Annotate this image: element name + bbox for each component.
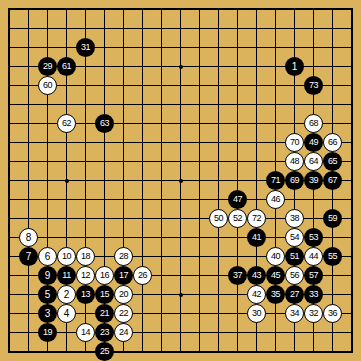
stone-black-61: 61 — [57, 57, 76, 76]
board-point — [304, 57, 323, 76]
board-point — [133, 209, 152, 228]
stone-white-34: 34 — [285, 304, 304, 323]
board-point — [19, 114, 38, 133]
board-point — [152, 38, 171, 57]
board-point — [266, 133, 285, 152]
board-point — [342, 0, 361, 19]
stone-black-43: 43 — [247, 266, 266, 285]
board-point — [209, 190, 228, 209]
stone-black-29: 29 — [38, 57, 57, 76]
board-point — [342, 323, 361, 342]
board-point — [228, 19, 247, 38]
stone-black-67: 67 — [323, 171, 342, 190]
stone-white-60: 60 — [38, 76, 57, 95]
stone-white-22: 22 — [114, 304, 133, 323]
board-point — [285, 19, 304, 38]
stone-white-20: 20 — [114, 285, 133, 304]
stone-black-39: 39 — [304, 171, 323, 190]
board-point — [323, 266, 342, 285]
board-point — [228, 304, 247, 323]
board-point — [152, 266, 171, 285]
stone-white-40: 40 — [266, 247, 285, 266]
board-point — [0, 152, 19, 171]
board-point — [19, 304, 38, 323]
board-point — [0, 266, 19, 285]
board-point — [19, 152, 38, 171]
stone-white-14: 14 — [76, 323, 95, 342]
stone-black-25: 25 — [95, 342, 114, 361]
board-point — [171, 114, 190, 133]
board-point — [228, 114, 247, 133]
board-point — [0, 114, 19, 133]
board-point — [95, 190, 114, 209]
board-point — [95, 209, 114, 228]
board-point — [323, 323, 342, 342]
board-point — [133, 152, 152, 171]
stone-white-6: 6 — [38, 247, 57, 266]
board-point — [38, 114, 57, 133]
stone-black-71: 71 — [266, 171, 285, 190]
board-point — [209, 285, 228, 304]
board-point — [342, 76, 361, 95]
board-point — [133, 228, 152, 247]
board-point — [323, 57, 342, 76]
stone-black-59: 59 — [323, 209, 342, 228]
board-point — [171, 190, 190, 209]
board-point — [209, 0, 228, 19]
board-point — [266, 342, 285, 361]
board-point — [266, 304, 285, 323]
stone-white-46: 46 — [266, 190, 285, 209]
board-point — [57, 342, 76, 361]
board-point — [95, 38, 114, 57]
board-point — [19, 285, 38, 304]
board-point — [171, 152, 190, 171]
board-point — [0, 342, 19, 361]
board-point — [190, 95, 209, 114]
stone-black-45: 45 — [266, 266, 285, 285]
board-point — [323, 0, 342, 19]
board-point — [247, 342, 266, 361]
board-point — [228, 228, 247, 247]
board-point — [209, 323, 228, 342]
board-point — [285, 323, 304, 342]
board-point — [19, 38, 38, 57]
stone-white-38: 38 — [285, 209, 304, 228]
stone-black-15: 15 — [95, 285, 114, 304]
board-point — [209, 57, 228, 76]
board-point — [0, 0, 19, 19]
board-point — [95, 57, 114, 76]
board-point — [133, 19, 152, 38]
board-point — [57, 152, 76, 171]
stone-black-13: 13 — [76, 285, 95, 304]
board-point — [190, 190, 209, 209]
board-point — [152, 0, 171, 19]
board-point — [0, 285, 19, 304]
stone-white-70: 70 — [285, 133, 304, 152]
board-point — [57, 133, 76, 152]
board-point — [342, 228, 361, 247]
board-point — [247, 57, 266, 76]
board-point — [133, 323, 152, 342]
board-point — [342, 152, 361, 171]
board-point — [0, 228, 19, 247]
board-point — [95, 19, 114, 38]
board-point — [247, 171, 266, 190]
board-point — [95, 171, 114, 190]
board-point — [76, 133, 95, 152]
board-point — [323, 285, 342, 304]
board-point — [304, 95, 323, 114]
board-point — [190, 76, 209, 95]
board-point — [209, 342, 228, 361]
board-point — [285, 38, 304, 57]
board-point — [209, 76, 228, 95]
board-point — [76, 76, 95, 95]
board-point — [171, 38, 190, 57]
board-point — [38, 38, 57, 57]
board-point — [133, 133, 152, 152]
board-point — [266, 38, 285, 57]
board-point — [57, 19, 76, 38]
board-point — [95, 0, 114, 19]
board-point — [228, 342, 247, 361]
board-point — [171, 19, 190, 38]
board-point — [171, 209, 190, 228]
board-point — [0, 247, 19, 266]
board-point — [228, 171, 247, 190]
board-point — [190, 266, 209, 285]
board-point — [190, 0, 209, 19]
board-point — [190, 342, 209, 361]
board-point — [323, 190, 342, 209]
board-point — [0, 190, 19, 209]
board-point — [228, 95, 247, 114]
board-point — [76, 152, 95, 171]
board-point — [304, 19, 323, 38]
board-point — [76, 57, 95, 76]
board-point — [114, 76, 133, 95]
board-point — [247, 323, 266, 342]
board-point — [76, 19, 95, 38]
board-point — [152, 76, 171, 95]
stone-black-51: 51 — [285, 247, 304, 266]
board-point — [247, 76, 266, 95]
board-point — [38, 171, 57, 190]
board-point — [266, 0, 285, 19]
board-point — [114, 342, 133, 361]
board-point — [285, 76, 304, 95]
board-point — [285, 342, 304, 361]
board-point — [114, 133, 133, 152]
board-point — [152, 57, 171, 76]
stone-white-68: 68 — [304, 114, 323, 133]
board-point — [133, 247, 152, 266]
board-point — [38, 190, 57, 209]
board-point — [19, 19, 38, 38]
stone-white-36: 36 — [323, 304, 342, 323]
board-point — [0, 19, 19, 38]
board-point — [171, 0, 190, 19]
board-point — [76, 342, 95, 361]
stone-white-24: 24 — [114, 323, 133, 342]
board-point — [0, 304, 19, 323]
board-point — [190, 304, 209, 323]
board-point — [209, 38, 228, 57]
board-point — [76, 209, 95, 228]
board-point — [285, 95, 304, 114]
stone-black-21: 21 — [95, 304, 114, 323]
board-point — [228, 76, 247, 95]
board-point — [266, 95, 285, 114]
board-point — [0, 133, 19, 152]
board-point — [266, 323, 285, 342]
board-point — [152, 152, 171, 171]
stone-black-69: 69 — [285, 171, 304, 190]
stone-black-3: 3 — [38, 304, 57, 323]
board-point — [209, 114, 228, 133]
board-point — [38, 152, 57, 171]
stone-white-72: 72 — [247, 209, 266, 228]
board-point — [323, 76, 342, 95]
board-point — [152, 95, 171, 114]
board-point — [190, 323, 209, 342]
board-point — [38, 342, 57, 361]
board-point — [57, 190, 76, 209]
board-point — [266, 209, 285, 228]
stone-black-53: 53 — [304, 228, 323, 247]
stone-black-41: 41 — [247, 228, 266, 247]
board-point — [304, 342, 323, 361]
board-point — [171, 266, 190, 285]
board-point — [342, 95, 361, 114]
stone-black-47: 47 — [228, 190, 247, 209]
hoshi-point — [179, 65, 183, 69]
board-point — [38, 0, 57, 19]
board-point — [209, 95, 228, 114]
board-point — [19, 133, 38, 152]
board-point — [171, 247, 190, 266]
board-point — [171, 76, 190, 95]
board-point — [19, 190, 38, 209]
board-point — [0, 323, 19, 342]
board-point — [323, 19, 342, 38]
stone-white-42: 42 — [247, 285, 266, 304]
hoshi-point — [65, 179, 69, 183]
board-point — [76, 95, 95, 114]
stone-white-32: 32 — [304, 304, 323, 323]
board-point — [19, 76, 38, 95]
board-point — [266, 114, 285, 133]
board-point — [247, 247, 266, 266]
board-point — [228, 152, 247, 171]
board-point — [266, 76, 285, 95]
board-point — [190, 133, 209, 152]
board-point — [285, 190, 304, 209]
stone-white-54: 54 — [285, 228, 304, 247]
board-point — [228, 38, 247, 57]
board-point — [342, 38, 361, 57]
board-point — [133, 114, 152, 133]
board-point — [19, 57, 38, 76]
stone-white-16: 16 — [95, 266, 114, 285]
board-point — [19, 95, 38, 114]
board-point — [95, 76, 114, 95]
board-point — [190, 285, 209, 304]
board-point — [19, 323, 38, 342]
board-point — [57, 228, 76, 247]
board-point — [171, 304, 190, 323]
board-point — [133, 190, 152, 209]
board-point — [304, 209, 323, 228]
board-point — [38, 209, 57, 228]
stone-white-12: 12 — [76, 266, 95, 285]
stone-white-66: 66 — [323, 133, 342, 152]
board-point — [57, 209, 76, 228]
board-point — [342, 57, 361, 76]
board-point — [209, 171, 228, 190]
board-point — [323, 38, 342, 57]
stone-black-35: 35 — [266, 285, 285, 304]
board-point — [0, 171, 19, 190]
board-point — [152, 228, 171, 247]
board-point — [209, 152, 228, 171]
board-point — [76, 171, 95, 190]
stone-white-4: 4 — [57, 304, 76, 323]
board-point — [152, 342, 171, 361]
board-point — [190, 209, 209, 228]
board-point — [304, 38, 323, 57]
board-point — [114, 95, 133, 114]
board-point — [76, 228, 95, 247]
stone-black-55: 55 — [323, 247, 342, 266]
board-point — [247, 19, 266, 38]
board-point — [285, 114, 304, 133]
board-point — [247, 114, 266, 133]
stone-black-31: 31 — [76, 38, 95, 57]
stone-black-57: 57 — [304, 266, 323, 285]
board-point — [76, 304, 95, 323]
board-point — [266, 152, 285, 171]
board-point — [95, 95, 114, 114]
board-point — [95, 133, 114, 152]
board-point — [38, 19, 57, 38]
board-point — [133, 95, 152, 114]
board-point — [247, 38, 266, 57]
board-point — [228, 0, 247, 19]
board-point — [19, 266, 38, 285]
board-point — [342, 285, 361, 304]
stone-black-1: 1 — [285, 57, 304, 76]
board-point — [228, 285, 247, 304]
stone-black-33: 33 — [304, 285, 323, 304]
board-point — [190, 38, 209, 57]
board-point — [114, 190, 133, 209]
board-point — [190, 57, 209, 76]
board-point — [76, 114, 95, 133]
board-point — [114, 171, 133, 190]
board-point — [152, 19, 171, 38]
board-point — [114, 57, 133, 76]
board-point — [171, 228, 190, 247]
board-point — [304, 0, 323, 19]
board-point — [133, 171, 152, 190]
board-point — [190, 114, 209, 133]
board-point — [114, 114, 133, 133]
stone-white-50: 50 — [209, 209, 228, 228]
board-point — [19, 209, 38, 228]
board-point — [342, 171, 361, 190]
board-point — [114, 0, 133, 19]
board-point — [342, 19, 361, 38]
board-point — [342, 247, 361, 266]
board-point — [38, 95, 57, 114]
board-point — [0, 76, 19, 95]
board-point — [152, 247, 171, 266]
board-point — [114, 228, 133, 247]
stone-white-44: 44 — [304, 247, 323, 266]
board-point — [133, 342, 152, 361]
board-point — [152, 323, 171, 342]
board-point — [171, 323, 190, 342]
board-point — [114, 152, 133, 171]
stone-black-9: 9 — [38, 266, 57, 285]
stone-white-18: 18 — [76, 247, 95, 266]
stone-black-27: 27 — [285, 285, 304, 304]
board-point — [57, 76, 76, 95]
board-point — [323, 342, 342, 361]
board-point — [228, 133, 247, 152]
board-point — [57, 0, 76, 19]
board-point — [171, 342, 190, 361]
board-point — [19, 0, 38, 19]
stone-black-63: 63 — [95, 114, 114, 133]
board-point — [0, 95, 19, 114]
board-point — [285, 0, 304, 19]
board-point — [57, 323, 76, 342]
board-point — [152, 190, 171, 209]
stone-black-17: 17 — [114, 266, 133, 285]
stone-white-8: 8 — [19, 228, 38, 247]
board-point — [228, 323, 247, 342]
stone-black-7: 7 — [19, 247, 38, 266]
stone-black-5: 5 — [38, 285, 57, 304]
stone-black-19: 19 — [38, 323, 57, 342]
board-point — [342, 304, 361, 323]
board-point — [152, 304, 171, 323]
board-point — [209, 304, 228, 323]
board-point — [133, 304, 152, 323]
board-point — [342, 133, 361, 152]
board-point — [0, 209, 19, 228]
board-point — [266, 57, 285, 76]
go-board[interactable]: 1234567891011121314151617181920212223242… — [0, 0, 361, 361]
board-point — [152, 285, 171, 304]
board-point — [95, 228, 114, 247]
stone-white-30: 30 — [247, 304, 266, 323]
stone-black-37: 37 — [228, 266, 247, 285]
board-point — [228, 247, 247, 266]
board-point — [133, 57, 152, 76]
board-point — [114, 209, 133, 228]
stone-black-23: 23 — [95, 323, 114, 342]
board-point — [209, 266, 228, 285]
board-point — [57, 95, 76, 114]
board-point — [0, 57, 19, 76]
board-point — [19, 171, 38, 190]
board-point — [266, 19, 285, 38]
